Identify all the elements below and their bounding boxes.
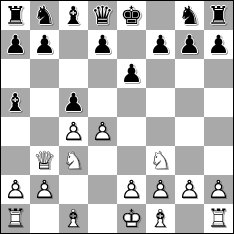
white-knight-outline: ♘	[146, 146, 175, 175]
piece-white-pawn[interactable]: ♟♙	[117, 175, 146, 204]
square-c4[interactable]: ♟♙	[59, 117, 88, 146]
square-d2[interactable]	[88, 175, 117, 204]
square-e3[interactable]	[117, 146, 146, 175]
square-h7[interactable]: ♟	[204, 30, 233, 59]
piece-white-pawn[interactable]: ♟♙	[59, 117, 88, 146]
square-f8[interactable]	[146, 1, 175, 30]
square-a4[interactable]	[1, 117, 30, 146]
piece-white-bishop[interactable]: ♝♗	[59, 204, 88, 233]
white-pawn-outline: ♙	[146, 175, 175, 204]
piece-black-bishop[interactable]: ♝	[1, 88, 30, 117]
square-c5[interactable]: ♟	[59, 88, 88, 117]
square-f6[interactable]	[146, 59, 175, 88]
square-g8[interactable]: ♞	[175, 1, 204, 30]
piece-black-pawn[interactable]: ♟	[88, 30, 117, 59]
piece-white-rook[interactable]: ♜♖	[204, 204, 233, 233]
piece-black-pawn[interactable]: ♟	[146, 30, 175, 59]
square-h6[interactable]	[204, 59, 233, 88]
piece-white-pawn[interactable]: ♟♙	[175, 175, 204, 204]
square-d1[interactable]	[88, 204, 117, 233]
square-e5[interactable]	[117, 88, 146, 117]
piece-white-knight[interactable]: ♞♘	[146, 146, 175, 175]
piece-black-pawn[interactable]: ♟	[117, 59, 146, 88]
piece-white-queen[interactable]: ♛♕	[30, 146, 59, 175]
white-rook-outline: ♖	[1, 204, 30, 233]
black-rook-glyph: ♜	[1, 1, 30, 30]
square-d5[interactable]	[88, 88, 117, 117]
black-pawn-glyph: ♟	[30, 30, 59, 59]
black-pawn-glyph: ♟	[204, 30, 233, 59]
square-c2[interactable]	[59, 175, 88, 204]
square-f4[interactable]	[146, 117, 175, 146]
square-d4[interactable]: ♟♙	[88, 117, 117, 146]
square-g2[interactable]: ♟♙	[175, 175, 204, 204]
square-a6[interactable]	[1, 59, 30, 88]
square-e1[interactable]: ♚♔	[117, 204, 146, 233]
white-pawn-outline: ♙	[1, 175, 30, 204]
piece-black-bishop[interactable]: ♝	[59, 1, 88, 30]
piece-white-pawn[interactable]: ♟♙	[30, 175, 59, 204]
white-pawn-outline: ♙	[204, 175, 233, 204]
piece-black-knight[interactable]: ♞	[175, 1, 204, 30]
square-f1[interactable]: ♝♗	[146, 204, 175, 233]
square-h5[interactable]	[204, 88, 233, 117]
piece-black-king[interactable]: ♚	[117, 1, 146, 30]
square-b6[interactable]	[30, 59, 59, 88]
piece-white-pawn[interactable]: ♟♙	[88, 117, 117, 146]
piece-black-pawn[interactable]: ♟	[1, 30, 30, 59]
square-h3[interactable]	[204, 146, 233, 175]
square-a1[interactable]: ♜♖	[1, 204, 30, 233]
square-c3[interactable]: ♞♘	[59, 146, 88, 175]
black-pawn-glyph: ♟	[146, 30, 175, 59]
white-pawn-outline: ♙	[30, 175, 59, 204]
square-h1[interactable]: ♜♖	[204, 204, 233, 233]
square-a2[interactable]: ♟♙	[1, 175, 30, 204]
square-c7[interactable]	[59, 30, 88, 59]
black-pawn-glyph: ♟	[59, 88, 88, 117]
square-d3[interactable]	[88, 146, 117, 175]
square-e2[interactable]: ♟♙	[117, 175, 146, 204]
black-queen-glyph: ♛	[88, 1, 117, 30]
square-c1[interactable]: ♝♗	[59, 204, 88, 233]
square-h8[interactable]: ♜	[204, 1, 233, 30]
piece-white-pawn[interactable]: ♟♙	[1, 175, 30, 204]
square-d7[interactable]: ♟	[88, 30, 117, 59]
square-b4[interactable]	[30, 117, 59, 146]
square-f5[interactable]	[146, 88, 175, 117]
black-knight-glyph: ♞	[30, 1, 59, 30]
square-b5[interactable]	[30, 88, 59, 117]
square-d8[interactable]: ♛	[88, 1, 117, 30]
piece-white-knight[interactable]: ♞♘	[59, 146, 88, 175]
square-b2[interactable]: ♟♙	[30, 175, 59, 204]
black-king-glyph: ♚	[117, 1, 146, 30]
piece-white-pawn[interactable]: ♟♙	[204, 175, 233, 204]
black-pawn-glyph: ♟	[1, 30, 30, 59]
square-e4[interactable]	[117, 117, 146, 146]
white-bishop-outline: ♗	[59, 204, 88, 233]
square-a8[interactable]: ♜	[1, 1, 30, 30]
piece-white-rook[interactable]: ♜♖	[1, 204, 30, 233]
square-b1[interactable]	[30, 204, 59, 233]
black-bishop-glyph: ♝	[59, 1, 88, 30]
piece-black-queen[interactable]: ♛	[88, 1, 117, 30]
square-g6[interactable]	[175, 59, 204, 88]
black-knight-glyph: ♞	[175, 1, 204, 30]
piece-black-pawn[interactable]: ♟	[204, 30, 233, 59]
white-bishop-outline: ♗	[146, 204, 175, 233]
white-pawn-outline: ♙	[59, 117, 88, 146]
square-a3[interactable]	[1, 146, 30, 175]
piece-white-pawn[interactable]: ♟♙	[146, 175, 175, 204]
square-g4[interactable]	[175, 117, 204, 146]
square-f3[interactable]: ♞♘	[146, 146, 175, 175]
square-f2[interactable]: ♟♙	[146, 175, 175, 204]
black-pawn-glyph: ♟	[88, 30, 117, 59]
white-pawn-outline: ♙	[88, 117, 117, 146]
piece-white-bishop[interactable]: ♝♗	[146, 204, 175, 233]
white-pawn-outline: ♙	[117, 175, 146, 204]
square-h4[interactable]	[204, 117, 233, 146]
piece-black-pawn[interactable]: ♟	[175, 30, 204, 59]
white-king-outline: ♔	[117, 204, 146, 233]
piece-black-rook[interactable]: ♜	[204, 1, 233, 30]
square-g3[interactable]	[175, 146, 204, 175]
square-e7[interactable]	[117, 30, 146, 59]
black-pawn-glyph: ♟	[117, 59, 146, 88]
chess-board: ♜♞♝♛♚♞♜♟♟♟♟♟♟♟♝♟♟♙♟♙♛♕♞♘♞♘♟♙♟♙♟♙♟♙♟♙♟♙♜♖…	[0, 0, 234, 234]
square-e8[interactable]: ♚	[117, 1, 146, 30]
white-queen-outline: ♕	[30, 146, 59, 175]
white-pawn-outline: ♙	[175, 175, 204, 204]
square-h2[interactable]: ♟♙	[204, 175, 233, 204]
piece-black-pawn[interactable]: ♟	[30, 30, 59, 59]
square-e6[interactable]: ♟	[117, 59, 146, 88]
square-b8[interactable]: ♞	[30, 1, 59, 30]
square-g7[interactable]: ♟	[175, 30, 204, 59]
square-c8[interactable]: ♝	[59, 1, 88, 30]
piece-black-rook[interactable]: ♜	[1, 1, 30, 30]
square-d6[interactable]	[88, 59, 117, 88]
square-b3[interactable]: ♛♕	[30, 146, 59, 175]
square-b7[interactable]: ♟	[30, 30, 59, 59]
white-rook-outline: ♖	[204, 204, 233, 233]
piece-black-knight[interactable]: ♞	[30, 1, 59, 30]
square-f7[interactable]: ♟	[146, 30, 175, 59]
square-c6[interactable]	[59, 59, 88, 88]
square-g1[interactable]	[175, 204, 204, 233]
piece-black-pawn[interactable]: ♟	[59, 88, 88, 117]
square-a7[interactable]: ♟	[1, 30, 30, 59]
piece-white-king[interactable]: ♚♔	[117, 204, 146, 233]
black-rook-glyph: ♜	[204, 1, 233, 30]
black-bishop-glyph: ♝	[1, 88, 30, 117]
black-pawn-glyph: ♟	[175, 30, 204, 59]
white-knight-outline: ♘	[59, 146, 88, 175]
square-g5[interactable]	[175, 88, 204, 117]
square-a5[interactable]: ♝	[1, 88, 30, 117]
